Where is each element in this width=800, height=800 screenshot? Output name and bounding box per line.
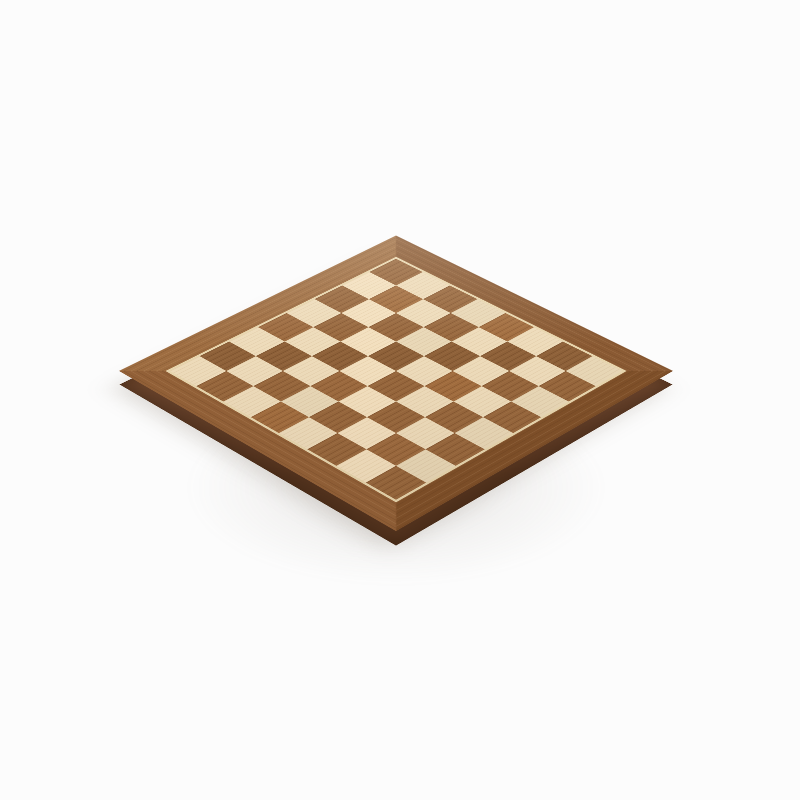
board-square-r6c2	[253, 371, 310, 401]
board-square-r6c4	[309, 401, 367, 433]
board-square-r2c7	[511, 386, 569, 417]
board-square-r6c6	[366, 433, 425, 466]
board-square-r3c7	[483, 401, 541, 433]
photo-background	[0, 0, 800, 800]
board-square-r6c3	[281, 386, 339, 417]
board-square-r5c6	[396, 417, 455, 449]
perspective-scene	[0, 0, 800, 800]
board-square-r5c4	[338, 386, 396, 417]
board-square-r4c5	[396, 386, 454, 417]
board-square-r4c7	[455, 417, 514, 449]
board-square-r5c5	[367, 401, 425, 433]
board-square-r3c5	[425, 371, 482, 401]
board-square-r5c3	[310, 371, 367, 401]
board-square-r7c7	[366, 466, 426, 500]
board-square-r4c6	[425, 401, 483, 433]
board-square-r7c4	[279, 417, 338, 449]
chess-board	[119, 235, 673, 531]
board-square-r6c7	[396, 449, 456, 482]
board-square-r7c5	[307, 433, 366, 466]
board-square-r1c7	[539, 371, 596, 401]
board-square-r2c6	[482, 371, 539, 401]
board-square-r6c5	[337, 417, 396, 449]
playing-field	[165, 257, 626, 503]
board-square-r7c2	[223, 386, 281, 417]
board-square-r7c3	[251, 401, 309, 433]
board-square-r3c6	[454, 386, 512, 417]
board-square-r5c7	[426, 433, 485, 466]
board-top-surface	[119, 235, 673, 531]
board-square-r4c4	[367, 371, 424, 401]
board-square-r7c6	[336, 449, 396, 482]
board-square-r7c1	[196, 371, 253, 401]
